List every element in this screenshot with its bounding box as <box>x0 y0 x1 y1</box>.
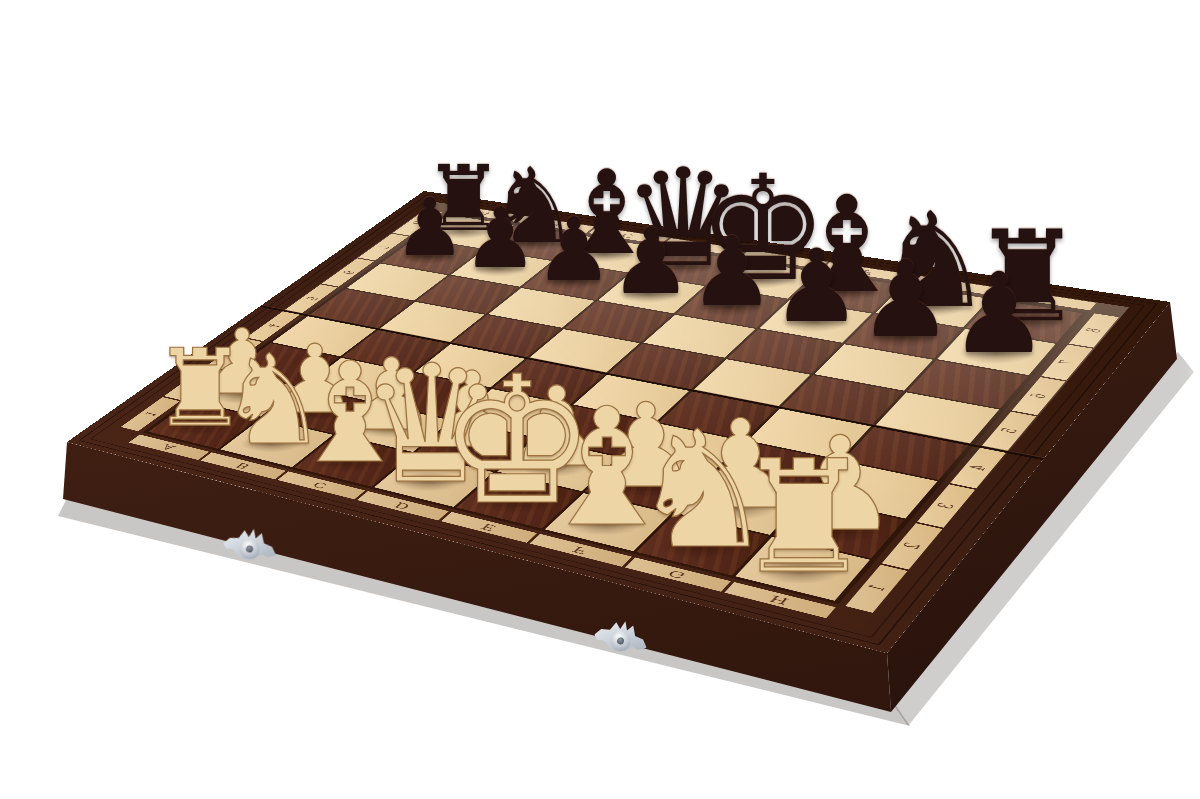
clasp-screw <box>246 544 254 552</box>
rank-label-8: 8 <box>1083 327 1104 334</box>
rank-label-4: 4 <box>265 323 282 329</box>
metal-clasp-icon <box>590 613 652 665</box>
file-label-h: H <box>767 594 791 606</box>
file-label-c: C <box>620 232 636 238</box>
clasp-plate <box>219 522 280 572</box>
file-label-a: A <box>160 443 178 451</box>
rank-label-7: 7 <box>1056 359 1077 366</box>
rank-label-1: 1 <box>865 583 889 593</box>
file-label-g: G <box>666 569 688 580</box>
rank-label-8: 8 <box>409 220 425 225</box>
rank-label-3: 3 <box>225 351 242 357</box>
squares-grid <box>143 213 1088 604</box>
chess-set-product-photo: ABCDEFGH ABCDEFGH 12345678 12345678 ♜♞♝♛… <box>0 0 1200 799</box>
rank-label-6: 6 <box>1028 392 1050 399</box>
file-label-b: B <box>547 221 562 227</box>
file-label-b: B <box>234 461 252 470</box>
file-label-g: G <box>946 282 964 289</box>
rank-label-4: 4 <box>967 464 990 472</box>
rank-label-2: 2 <box>900 542 924 551</box>
file-label-e: E <box>776 256 792 263</box>
file-label-d: D <box>696 244 713 251</box>
clasp-screw <box>616 636 624 644</box>
file-label-c: C <box>311 480 330 489</box>
rank-label-2: 2 <box>184 380 201 386</box>
file-label-e: E <box>479 522 499 532</box>
file-label-d: D <box>392 501 412 511</box>
file-label-h: H <box>1037 296 1057 304</box>
rank-label-3: 3 <box>935 502 958 511</box>
file-label-f: F <box>859 269 875 276</box>
chess-board: ABCDEFGH ABCDEFGH 12345678 12345678 <box>67 191 1170 653</box>
file-label-a: A <box>478 211 493 217</box>
rank-label-7: 7 <box>375 245 391 250</box>
rank-label-5: 5 <box>303 296 320 301</box>
file-label-f: F <box>570 545 589 555</box>
metal-clasp-icon <box>219 522 280 572</box>
clasp-boss <box>238 537 262 561</box>
rank-label-5: 5 <box>998 427 1020 435</box>
rank-label-6: 6 <box>340 270 357 275</box>
clasp-boss <box>608 628 632 652</box>
rank-label-1: 1 <box>142 411 160 418</box>
clasp-plate <box>590 613 652 665</box>
